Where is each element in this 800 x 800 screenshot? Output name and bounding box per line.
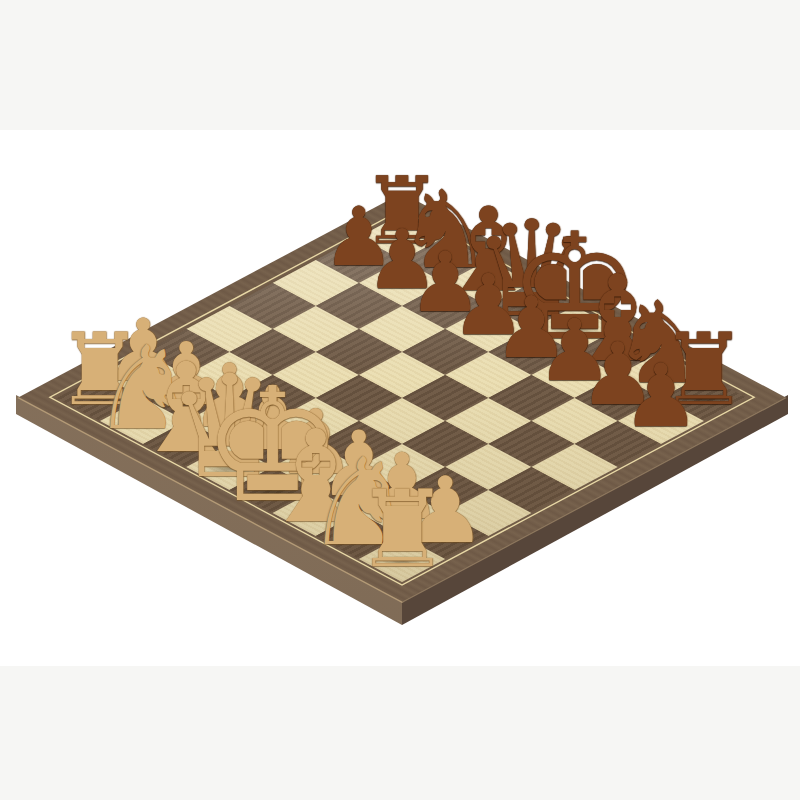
rook-glyph: ♜ bbox=[354, 476, 449, 582]
pawn-glyph: ♟ bbox=[622, 353, 700, 440]
piece-white-rook-h1: ♜ bbox=[354, 476, 449, 582]
pieces-layer: ♜♞♝♛♚♝♞♜♟♟♟♟♟♟♟♟♟♟♟♟♟♟♟♟♜♞♝♛♚♝♞♜ bbox=[0, 0, 800, 800]
piece-black-pawn-h7: ♟ bbox=[622, 353, 700, 440]
chess-scene: ♜♞♝♛♚♝♞♜♟♟♟♟♟♟♟♟♟♟♟♟♟♟♟♟♜♞♝♛♚♝♞♜ bbox=[0, 0, 800, 800]
